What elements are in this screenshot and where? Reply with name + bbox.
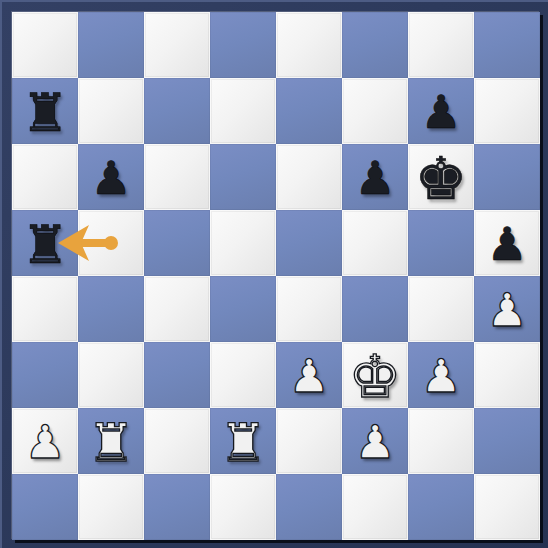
- square-h3[interactable]: [474, 342, 540, 408]
- square-e2[interactable]: [276, 408, 342, 474]
- square-e4[interactable]: [276, 276, 342, 342]
- white-pawn[interactable]: ♟: [354, 419, 395, 465]
- square-d5[interactable]: [210, 210, 276, 276]
- square-b8[interactable]: [78, 12, 144, 78]
- white-rook[interactable]: ♜: [87, 416, 135, 469]
- square-a2[interactable]: ♟: [12, 408, 78, 474]
- square-d2[interactable]: ♜: [210, 408, 276, 474]
- square-e1[interactable]: [276, 474, 342, 540]
- square-e8[interactable]: [276, 12, 342, 78]
- square-a7[interactable]: ♜: [12, 78, 78, 144]
- square-a8[interactable]: [12, 12, 78, 78]
- square-a1[interactable]: [12, 474, 78, 540]
- black-pawn[interactable]: ♟: [354, 155, 395, 201]
- square-d6[interactable]: [210, 144, 276, 210]
- square-h6[interactable]: [474, 144, 540, 210]
- square-g5[interactable]: [408, 210, 474, 276]
- square-h8[interactable]: [474, 12, 540, 78]
- square-e7[interactable]: [276, 78, 342, 144]
- square-f8[interactable]: [342, 12, 408, 78]
- square-f5[interactable]: [342, 210, 408, 276]
- white-pawn[interactable]: ♟: [288, 353, 329, 399]
- square-d8[interactable]: [210, 12, 276, 78]
- square-f6[interactable]: ♟: [342, 144, 408, 210]
- square-a3[interactable]: [12, 342, 78, 408]
- square-c5[interactable]: [144, 210, 210, 276]
- square-h7[interactable]: [474, 78, 540, 144]
- white-king[interactable]: ♚: [349, 347, 402, 406]
- square-f4[interactable]: [342, 276, 408, 342]
- square-e6[interactable]: [276, 144, 342, 210]
- square-g7[interactable]: ♟: [408, 78, 474, 144]
- square-h5[interactable]: ♟: [474, 210, 540, 276]
- square-d1[interactable]: [210, 474, 276, 540]
- black-rook[interactable]: ♜: [21, 218, 69, 271]
- square-g1[interactable]: [408, 474, 474, 540]
- black-pawn[interactable]: ♟: [90, 155, 131, 201]
- square-f7[interactable]: [342, 78, 408, 144]
- square-h4[interactable]: ♟: [474, 276, 540, 342]
- white-pawn[interactable]: ♟: [486, 287, 527, 333]
- square-g2[interactable]: [408, 408, 474, 474]
- black-rook[interactable]: ♜: [21, 86, 69, 139]
- square-c1[interactable]: [144, 474, 210, 540]
- square-b2[interactable]: ♜: [78, 408, 144, 474]
- square-b4[interactable]: [78, 276, 144, 342]
- black-pawn[interactable]: ♟: [486, 221, 527, 267]
- square-d7[interactable]: [210, 78, 276, 144]
- square-c2[interactable]: [144, 408, 210, 474]
- square-c8[interactable]: [144, 12, 210, 78]
- square-h2[interactable]: [474, 408, 540, 474]
- square-e5[interactable]: [276, 210, 342, 276]
- square-b5[interactable]: [78, 210, 144, 276]
- square-b7[interactable]: [78, 78, 144, 144]
- square-e3[interactable]: ♟: [276, 342, 342, 408]
- square-a6[interactable]: [12, 144, 78, 210]
- white-pawn[interactable]: ♟: [420, 353, 461, 399]
- white-rook[interactable]: ♜: [219, 416, 267, 469]
- square-b3[interactable]: [78, 342, 144, 408]
- square-f1[interactable]: [342, 474, 408, 540]
- chess-board: ♜♟♟♟♚♜♟♟♟♚♟♟♜♜♟: [12, 12, 540, 540]
- square-g4[interactable]: [408, 276, 474, 342]
- square-g6[interactable]: ♚: [408, 144, 474, 210]
- square-g8[interactable]: [408, 12, 474, 78]
- square-f3[interactable]: ♚: [342, 342, 408, 408]
- square-c4[interactable]: [144, 276, 210, 342]
- square-c6[interactable]: [144, 144, 210, 210]
- white-pawn[interactable]: ♟: [24, 419, 65, 465]
- square-b1[interactable]: [78, 474, 144, 540]
- square-b6[interactable]: ♟: [78, 144, 144, 210]
- square-g3[interactable]: ♟: [408, 342, 474, 408]
- square-d4[interactable]: [210, 276, 276, 342]
- black-pawn[interactable]: ♟: [420, 89, 461, 135]
- square-a4[interactable]: [12, 276, 78, 342]
- black-king[interactable]: ♚: [415, 149, 468, 208]
- square-f2[interactable]: ♟: [342, 408, 408, 474]
- square-h1[interactable]: [474, 474, 540, 540]
- square-c7[interactable]: [144, 78, 210, 144]
- square-a5[interactable]: ♜: [12, 210, 78, 276]
- square-c3[interactable]: [144, 342, 210, 408]
- board-frame: ♜♟♟♟♚♜♟♟♟♚♟♟♜♜♟: [0, 0, 548, 548]
- square-d3[interactable]: [210, 342, 276, 408]
